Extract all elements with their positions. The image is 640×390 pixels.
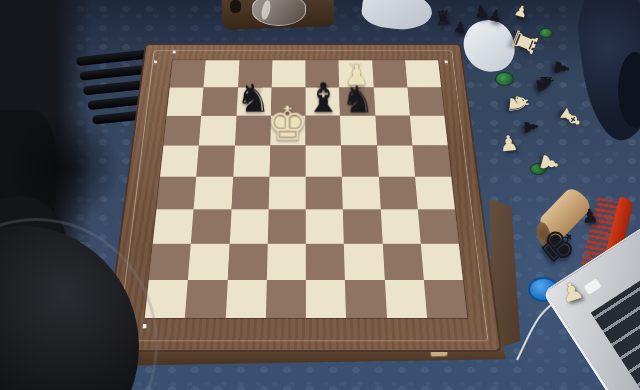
- coord-label: c: [154, 60, 157, 64]
- square-h1: [405, 60, 441, 87]
- square-d4: [306, 177, 343, 210]
- coord-label: f: [445, 60, 447, 64]
- coord-label: 7: [173, 50, 176, 54]
- coord-label: 1: [173, 50, 176, 54]
- coord-label: c: [445, 60, 448, 64]
- coord-label: g: [445, 60, 448, 64]
- square-d3: [342, 177, 380, 210]
- square-a1: [424, 280, 468, 318]
- coord-label: e: [154, 60, 157, 64]
- coord-label: 8: [173, 50, 176, 54]
- square-g3: ♞♞: [339, 87, 375, 115]
- coord-label: 4: [173, 50, 176, 54]
- coord-label: 6: [173, 50, 176, 54]
- square-b1: [421, 244, 463, 280]
- square-f1: [410, 116, 448, 146]
- square-d7: [194, 177, 233, 210]
- square-a4: [306, 280, 346, 318]
- square-d5: [268, 177, 305, 210]
- coords-bottom: 87654321: [142, 323, 463, 331]
- board-grid: ♟♟♞♞♝♝♞♞♚♚: [144, 60, 469, 319]
- coords-top: 87654321: [172, 50, 433, 55]
- coord-label: h: [445, 60, 448, 64]
- square-f3: [340, 116, 376, 146]
- square-b3: [344, 244, 384, 280]
- square-b5: [267, 244, 306, 280]
- piece-black-knight-g6: ♞: [236, 79, 271, 118]
- square-a3: [345, 280, 386, 318]
- green-felt-base: [495, 72, 514, 86]
- coord-label: g: [154, 60, 157, 64]
- square-b2: [382, 244, 423, 280]
- coord-label: a: [154, 60, 157, 64]
- piece-black-bishop-g4: ♝: [305, 77, 341, 117]
- coord-label: h: [154, 60, 157, 64]
- square-c1: [418, 209, 459, 243]
- box-knob: [230, 0, 241, 13]
- square-e1: [412, 146, 451, 177]
- square-e3: [341, 146, 378, 177]
- square-b6: [227, 244, 267, 280]
- photo-stage: ♟♟♞♞♝♝♞♞♚♚ 87654321 87654321 hgfedcba hg…: [0, 0, 640, 390]
- coord-label: b: [445, 60, 448, 64]
- coord-label: 5: [173, 50, 176, 54]
- coord-label: 2: [173, 50, 176, 54]
- square-f2: [375, 116, 412, 146]
- coord-label: f: [154, 60, 156, 64]
- square-f5: ♚♚: [270, 116, 306, 146]
- square-e5: [269, 146, 305, 177]
- chessboard: ♟♟♞♞♝♝♞♞♚♚ 87654321 87654321 hgfedcba hg…: [104, 44, 502, 352]
- coord-label: b: [154, 60, 157, 64]
- square-c8: [153, 209, 194, 243]
- square-d2: [378, 177, 417, 210]
- square-d1: [415, 177, 455, 210]
- coord-label: a: [445, 60, 448, 64]
- square-g1: [407, 87, 444, 115]
- square-c6: [229, 209, 268, 243]
- board-frame: ♟♟♞♞♝♝♞♞♚♚ 87654321 87654321 hgfedcba hg…: [104, 44, 502, 352]
- square-h5: [272, 60, 306, 87]
- square-b7: [188, 244, 229, 280]
- square-e4: [306, 146, 342, 177]
- piece-black-knight-g3: ♞: [341, 81, 374, 118]
- square-f7: [199, 116, 236, 146]
- square-e8: [160, 146, 199, 177]
- square-f4: [306, 116, 342, 146]
- square-f8: [163, 116, 201, 146]
- square-h7: [204, 60, 239, 87]
- green-felt-base: [539, 28, 553, 38]
- green-felt-base: [530, 163, 547, 175]
- square-h8: [170, 60, 206, 87]
- coord-label: d: [154, 60, 157, 64]
- square-b4: [306, 244, 345, 280]
- square-a7: [185, 280, 227, 318]
- square-a6: [225, 280, 266, 318]
- square-g2: [373, 87, 409, 115]
- square-h2: [372, 60, 407, 87]
- coord-label: e: [445, 60, 448, 64]
- square-c4: [306, 209, 344, 243]
- black-knight-lying: ♞: [531, 70, 560, 97]
- coord-label: d: [445, 60, 448, 64]
- square-f6: [235, 116, 271, 146]
- square-e6: [233, 146, 270, 177]
- coord-label: 3: [173, 50, 176, 54]
- square-d6: [231, 177, 269, 210]
- square-c7: [191, 209, 231, 243]
- square-g7: [201, 87, 237, 115]
- square-e7: [196, 146, 234, 177]
- square-c2: [380, 209, 420, 243]
- square-g4: ♝♝: [305, 87, 340, 115]
- square-c3: [343, 209, 382, 243]
- square-d8: [156, 177, 196, 210]
- square-a2: [384, 280, 426, 318]
- square-c5: [268, 209, 306, 243]
- square-b8: [149, 244, 191, 280]
- square-e2: [377, 146, 415, 177]
- square-g8: [167, 87, 204, 115]
- piece-white-king-f5: ♚: [267, 101, 309, 148]
- square-a5: [266, 280, 306, 318]
